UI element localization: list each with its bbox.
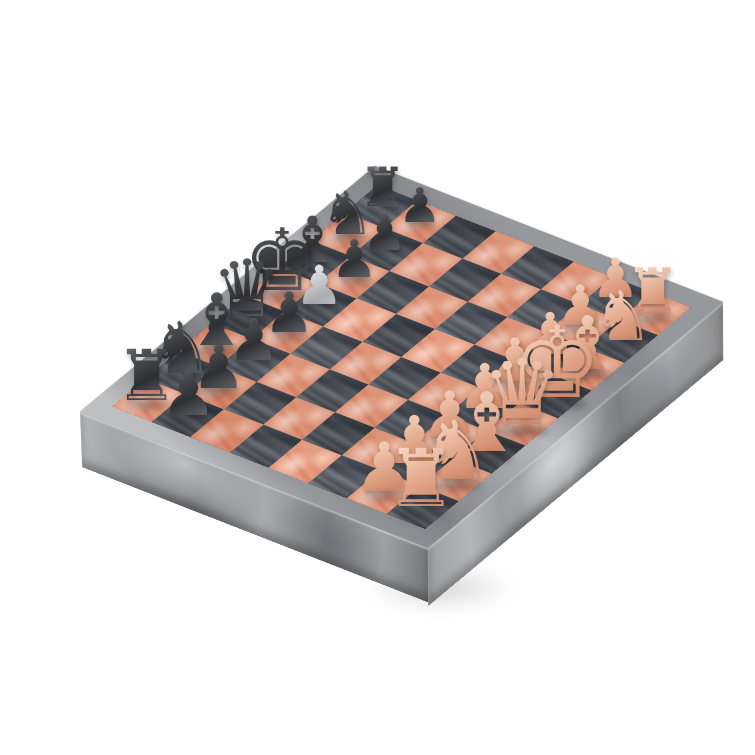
piece-pink-rook-a1: ♜ bbox=[386, 439, 458, 519]
pieces-layer: ♜♞♝♛♚♝♞♜♟♟♟♟♟♟♟♟♟♟♟♟♟♟♟♟♜♞♝♛♚♝♞♜ bbox=[0, 0, 755, 755]
product-photo-scene: ♜♞♝♛♚♝♞♜♟♟♟♟♟♟♟♟♟♟♟♟♟♟♟♟♜♞♝♛♚♝♞♜ bbox=[0, 0, 755, 755]
piece-gray-pawn-a7: ♟ bbox=[161, 363, 217, 425]
